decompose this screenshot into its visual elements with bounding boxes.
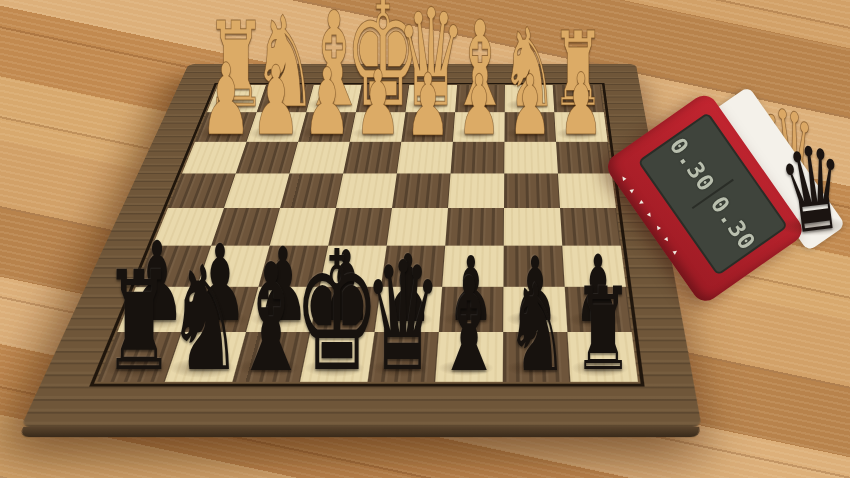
square-e2[interactable] [350, 112, 406, 141]
square-b5[interactable] [504, 208, 563, 246]
square-b1[interactable] [505, 85, 555, 112]
clock-button[interactable]: ▸ [645, 211, 654, 219]
square-a7[interactable] [565, 287, 632, 332]
square-g2[interactable] [247, 112, 307, 141]
square-f7[interactable] [246, 287, 320, 332]
square-d5[interactable] [387, 208, 448, 246]
square-g3[interactable] [236, 142, 298, 174]
square-a2[interactable] [554, 112, 607, 141]
chess-board-wrapper [84, 0, 700, 478]
square-a1[interactable] [553, 85, 604, 112]
clock-button[interactable]: ◂ [619, 174, 628, 182]
clock-button[interactable]: ▾ [636, 199, 645, 207]
wood-floor: ♜♞♝♚♛♝♞♜♟♟♟♟♟♟♟♟♟♟♟♟♟♟♟♟♜♞♝♚♛♝♞♜ 0.30 0.… [0, 0, 850, 478]
square-b3[interactable] [504, 142, 558, 174]
square-d2[interactable] [401, 112, 455, 141]
square-f4[interactable] [280, 173, 343, 208]
square-c4[interactable] [448, 173, 504, 208]
square-b4[interactable] [504, 173, 560, 208]
clock-button[interactable]: ▸ [662, 236, 671, 244]
square-c2[interactable] [453, 112, 505, 141]
square-g4[interactable] [224, 173, 289, 208]
square-g1[interactable] [257, 85, 314, 112]
square-b2[interactable] [504, 112, 556, 141]
black-spare-queen[interactable]: ♛ [774, 129, 850, 252]
square-a6[interactable] [562, 246, 626, 287]
square-c8[interactable] [435, 332, 503, 382]
square-d1[interactable] [405, 85, 457, 112]
square-d3[interactable] [397, 142, 453, 174]
square-f1[interactable] [306, 85, 361, 112]
square-e6[interactable] [320, 246, 387, 287]
square-e7[interactable] [310, 287, 381, 332]
square-g6[interactable] [197, 246, 270, 287]
square-f6[interactable] [258, 246, 328, 287]
square-f5[interactable] [270, 208, 336, 246]
square-c6[interactable] [442, 246, 504, 287]
clock-button[interactable]: ▴ [628, 187, 637, 195]
square-d6[interactable] [381, 246, 445, 287]
square-c3[interactable] [451, 142, 505, 174]
clock-right-time: 0.30 [706, 191, 761, 255]
square-c7[interactable] [439, 287, 504, 332]
square-e4[interactable] [336, 173, 397, 208]
square-e5[interactable] [328, 208, 392, 246]
square-a8[interactable] [567, 332, 638, 382]
chess-board [21, 64, 702, 427]
board-squares [97, 85, 638, 382]
square-f8[interactable] [232, 332, 310, 382]
square-g5[interactable] [211, 208, 280, 246]
square-b7[interactable] [503, 287, 567, 332]
square-d7[interactable] [375, 287, 443, 332]
square-b6[interactable] [503, 246, 564, 287]
square-b8[interactable] [503, 332, 571, 382]
square-e3[interactable] [343, 142, 401, 174]
clock-left-time: 0.30 [665, 133, 720, 197]
square-d4[interactable] [392, 173, 451, 208]
square-d8[interactable] [368, 332, 439, 382]
clock-button[interactable]: ▴ [671, 248, 680, 256]
square-c1[interactable] [455, 85, 505, 112]
square-f3[interactable] [289, 142, 349, 174]
square-e1[interactable] [356, 85, 409, 112]
square-e8[interactable] [300, 332, 375, 382]
square-f2[interactable] [298, 112, 356, 141]
square-c5[interactable] [445, 208, 504, 246]
clock-button[interactable]: ◂ [654, 224, 663, 232]
